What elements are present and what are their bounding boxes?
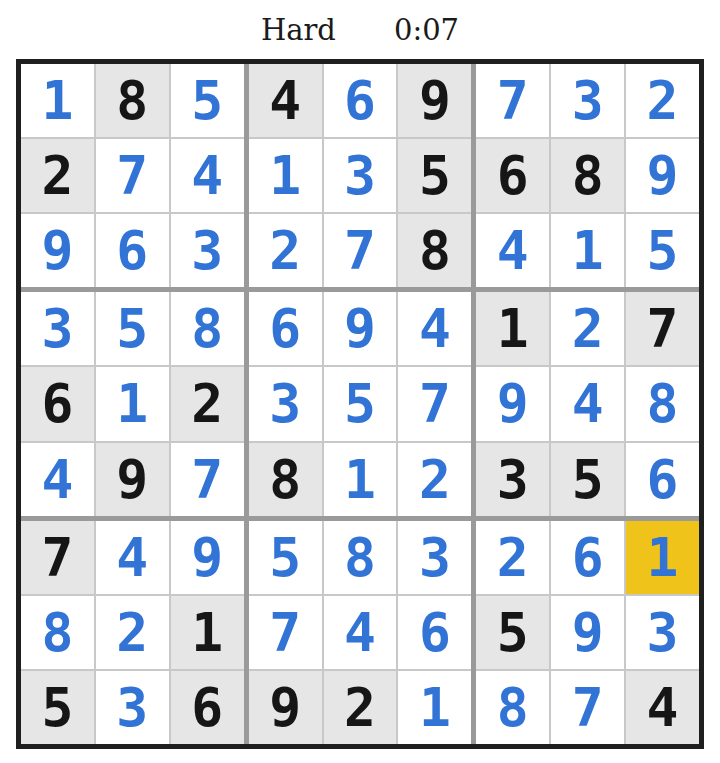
sudoku-cell-r6c1[interactable]: 4 — [21, 443, 94, 516]
sudoku-cell-r5c5[interactable]: 5 — [324, 367, 397, 440]
sudoku-cell-r8c6[interactable]: 6 — [398, 596, 471, 669]
sudoku-cell-r5c6[interactable]: 7 — [398, 367, 471, 440]
sudoku-cell-r6c4[interactable]: 8 — [249, 443, 322, 516]
sudoku-cell-r3c6[interactable]: 8 — [398, 214, 471, 287]
sudoku-cell-r2c3[interactable]: 4 — [171, 139, 244, 212]
sudoku-cell-r4c4[interactable]: 6 — [249, 292, 322, 365]
sudoku-cell-r9c4[interactable]: 9 — [249, 671, 322, 744]
sudoku-cell-r8c2[interactable]: 2 — [96, 596, 169, 669]
sudoku-cell-r1c8[interactable]: 3 — [551, 64, 624, 137]
sudoku-cell-r5c3[interactable]: 2 — [171, 367, 244, 440]
sudoku-cell-r7c4[interactable]: 5 — [249, 521, 322, 594]
sudoku-cell-r4c5[interactable]: 9 — [324, 292, 397, 365]
sudoku-cell-r4c1[interactable]: 3 — [21, 292, 94, 365]
sudoku-cell-r6c9[interactable]: 6 — [626, 443, 699, 516]
sudoku-cell-r4c6[interactable]: 4 — [398, 292, 471, 365]
sudoku-cell-r6c5[interactable]: 1 — [324, 443, 397, 516]
sudoku-box-8: 583746921 — [249, 521, 472, 744]
sudoku-cell-r2c7[interactable]: 6 — [476, 139, 549, 212]
sudoku-cell-r8c1[interactable]: 8 — [21, 596, 94, 669]
sudoku-board: 1852749634691352787326894153586124976943… — [16, 59, 704, 749]
sudoku-cell-r5c8[interactable]: 4 — [551, 367, 624, 440]
board-header: Hard 0:07 — [0, 0, 720, 59]
sudoku-box-4: 358612497 — [21, 292, 244, 515]
sudoku-cell-r9c5[interactable]: 2 — [324, 671, 397, 744]
sudoku-cell-r7c9[interactable]: 1 — [626, 521, 699, 594]
sudoku-cell-r9c9[interactable]: 4 — [626, 671, 699, 744]
sudoku-cell-r8c3[interactable]: 1 — [171, 596, 244, 669]
sudoku-cell-r1c3[interactable]: 5 — [171, 64, 244, 137]
sudoku-cell-r4c7[interactable]: 1 — [476, 292, 549, 365]
sudoku-cell-r2c9[interactable]: 9 — [626, 139, 699, 212]
sudoku-cell-r3c5[interactable]: 7 — [324, 214, 397, 287]
sudoku-cell-r5c1[interactable]: 6 — [21, 367, 94, 440]
sudoku-cell-r8c7[interactable]: 5 — [476, 596, 549, 669]
sudoku-cell-r8c9[interactable]: 3 — [626, 596, 699, 669]
sudoku-cell-r5c4[interactable]: 3 — [249, 367, 322, 440]
sudoku-cell-r7c6[interactable]: 3 — [398, 521, 471, 594]
sudoku-box-3: 732689415 — [476, 64, 699, 287]
sudoku-cell-r7c3[interactable]: 9 — [171, 521, 244, 594]
sudoku-cell-r4c9[interactable]: 7 — [626, 292, 699, 365]
sudoku-cell-r8c4[interactable]: 7 — [249, 596, 322, 669]
sudoku-cell-r6c6[interactable]: 2 — [398, 443, 471, 516]
sudoku-cell-r5c9[interactable]: 8 — [626, 367, 699, 440]
sudoku-box-2: 469135278 — [249, 64, 472, 287]
sudoku-cell-r1c9[interactable]: 2 — [626, 64, 699, 137]
sudoku-cell-r6c3[interactable]: 7 — [171, 443, 244, 516]
sudoku-cell-r7c7[interactable]: 2 — [476, 521, 549, 594]
sudoku-box-9: 261593874 — [476, 521, 699, 744]
sudoku-cell-r3c2[interactable]: 6 — [96, 214, 169, 287]
sudoku-cell-r3c4[interactable]: 2 — [249, 214, 322, 287]
sudoku-cell-r9c1[interactable]: 5 — [21, 671, 94, 744]
sudoku-cell-r6c8[interactable]: 5 — [551, 443, 624, 516]
difficulty-label: Hard — [261, 13, 336, 47]
sudoku-app: Hard 0:07 185274963469135278732689415358… — [0, 0, 720, 763]
sudoku-cell-r7c5[interactable]: 8 — [324, 521, 397, 594]
sudoku-cell-r1c1[interactable]: 1 — [21, 64, 94, 137]
sudoku-cell-r6c7[interactable]: 3 — [476, 443, 549, 516]
sudoku-cell-r7c2[interactable]: 4 — [96, 521, 169, 594]
sudoku-cell-r5c2[interactable]: 1 — [96, 367, 169, 440]
sudoku-cell-r2c6[interactable]: 5 — [398, 139, 471, 212]
sudoku-cell-r2c2[interactable]: 7 — [96, 139, 169, 212]
timer: 0:07 — [394, 13, 459, 47]
sudoku-box-5: 694357812 — [249, 292, 472, 515]
sudoku-cell-r6c2[interactable]: 9 — [96, 443, 169, 516]
sudoku-cell-r2c8[interactable]: 8 — [551, 139, 624, 212]
sudoku-cell-r5c7[interactable]: 9 — [476, 367, 549, 440]
sudoku-cell-r9c6[interactable]: 1 — [398, 671, 471, 744]
sudoku-cell-r4c3[interactable]: 8 — [171, 292, 244, 365]
sudoku-box-6: 127948356 — [476, 292, 699, 515]
sudoku-cell-r3c3[interactable]: 3 — [171, 214, 244, 287]
sudoku-cell-r2c4[interactable]: 1 — [249, 139, 322, 212]
sudoku-cell-r4c8[interactable]: 2 — [551, 292, 624, 365]
sudoku-cell-r8c5[interactable]: 4 — [324, 596, 397, 669]
sudoku-cell-r3c8[interactable]: 1 — [551, 214, 624, 287]
sudoku-cell-r9c2[interactable]: 3 — [96, 671, 169, 744]
sudoku-cell-r1c6[interactable]: 9 — [398, 64, 471, 137]
sudoku-cell-r1c5[interactable]: 6 — [324, 64, 397, 137]
sudoku-cell-r3c9[interactable]: 5 — [626, 214, 699, 287]
sudoku-box-1: 185274963 — [21, 64, 244, 287]
sudoku-cell-r8c8[interactable]: 9 — [551, 596, 624, 669]
sudoku-cell-r2c5[interactable]: 3 — [324, 139, 397, 212]
sudoku-cell-r7c8[interactable]: 6 — [551, 521, 624, 594]
sudoku-cell-r7c1[interactable]: 7 — [21, 521, 94, 594]
sudoku-cell-r9c8[interactable]: 7 — [551, 671, 624, 744]
sudoku-box-7: 749821536 — [21, 521, 244, 744]
sudoku-cell-r9c3[interactable]: 6 — [171, 671, 244, 744]
sudoku-cell-r1c2[interactable]: 8 — [96, 64, 169, 137]
sudoku-cell-r1c7[interactable]: 7 — [476, 64, 549, 137]
sudoku-cell-r4c2[interactable]: 5 — [96, 292, 169, 365]
sudoku-cell-r3c1[interactable]: 9 — [21, 214, 94, 287]
sudoku-cell-r3c7[interactable]: 4 — [476, 214, 549, 287]
sudoku-cell-r1c4[interactable]: 4 — [249, 64, 322, 137]
sudoku-cell-r9c7[interactable]: 8 — [476, 671, 549, 744]
sudoku-cell-r2c1[interactable]: 2 — [21, 139, 94, 212]
